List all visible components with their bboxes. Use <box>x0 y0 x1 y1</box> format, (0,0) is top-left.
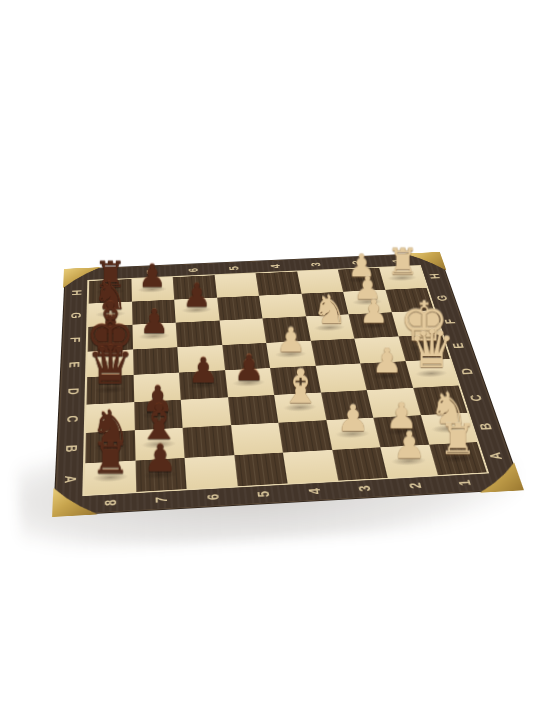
square-g3[interactable] <box>301 291 348 316</box>
rank-label-bottom: 1 <box>452 475 478 490</box>
square-g2[interactable] <box>343 290 391 315</box>
rank-label-bottom: 6 <box>201 489 225 505</box>
square-f2[interactable] <box>348 312 398 338</box>
rank-label-top: 4 <box>265 261 285 271</box>
chessboard[interactable]: 88HH77GG66FF55EE44DD33CC22BB11AA ♜♞♛♚♝♞♜… <box>54 253 521 515</box>
rank-label-top: 6 <box>184 265 203 275</box>
square-h5[interactable] <box>214 273 259 297</box>
square-f3[interactable] <box>306 314 355 340</box>
square-h6[interactable] <box>173 275 217 299</box>
black-rook-glyph: ♜ <box>71 437 148 480</box>
square-g7[interactable] <box>132 299 176 324</box>
rank-label-bottom: 5 <box>252 486 276 502</box>
square-h7[interactable] <box>131 277 174 301</box>
rank-label-bottom: 8 <box>99 495 122 511</box>
rank-label-top: 5 <box>225 263 244 273</box>
file-label-left: H <box>67 287 86 298</box>
square-g6[interactable] <box>174 297 219 322</box>
file-label-right: G <box>431 293 453 304</box>
square-f5[interactable] <box>219 318 266 344</box>
square-h8[interactable] <box>89 279 132 303</box>
file-label-right: H <box>424 271 445 281</box>
square-g1[interactable] <box>385 288 434 313</box>
square-g5[interactable] <box>217 295 263 320</box>
file-label-left: G <box>66 310 85 321</box>
square-h4[interactable] <box>256 271 301 295</box>
rank-label-top: 2 <box>347 258 367 268</box>
rank-label-top: 1 <box>387 256 408 266</box>
square-g8[interactable] <box>88 301 132 326</box>
square-g4[interactable] <box>259 293 306 318</box>
rank-label-bottom: 7 <box>150 492 173 508</box>
square-h3[interactable] <box>297 270 343 294</box>
rank-label-bottom: 2 <box>402 478 428 493</box>
white-pawn-glyph: ♟ <box>351 343 422 377</box>
product-photo-stage: 88HH77GG66FF55EE44DD33CC22BB11AA ♜♞♛♚♝♞♜… <box>0 0 540 720</box>
rank-label-bottom: 3 <box>352 481 377 496</box>
square-h1[interactable] <box>379 266 427 290</box>
square-f4[interactable] <box>262 316 310 342</box>
square-h2[interactable] <box>338 268 385 292</box>
white-pawn-glyph: ♟ <box>371 426 447 463</box>
rank-label-bottom: 4 <box>302 484 327 500</box>
square-f6[interactable] <box>176 321 222 347</box>
rank-label-top: 8 <box>101 269 119 279</box>
rank-label-top: 3 <box>306 259 326 269</box>
rank-label-top: 7 <box>142 267 161 277</box>
